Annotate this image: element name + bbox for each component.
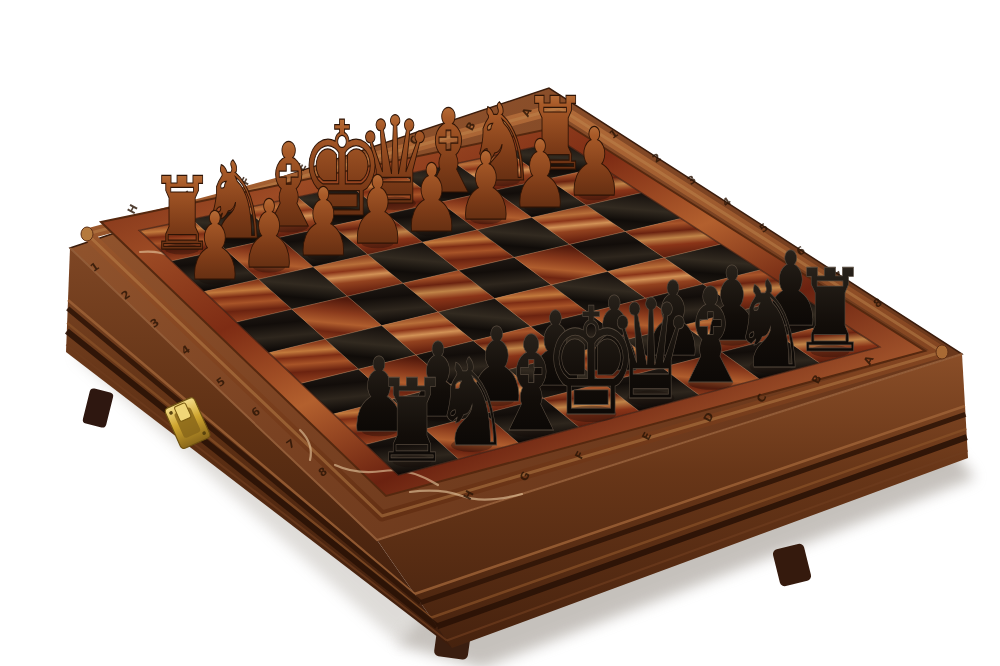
foot-right xyxy=(772,543,812,588)
dowel-end-cap xyxy=(936,345,948,359)
piece-white-pawn-a2: ♟ xyxy=(564,108,625,217)
dowel-end-cap xyxy=(81,227,93,241)
foot-left xyxy=(82,388,114,429)
piece-white-pawn-e2: ♟ xyxy=(347,156,408,265)
piece-white-pawn-g2: ♟ xyxy=(239,180,300,289)
piece-white-pawn-d2: ♟ xyxy=(401,144,462,253)
piece-white-pawn-f2: ♟ xyxy=(293,168,354,277)
piece-white-pawn-b2: ♟ xyxy=(510,120,571,229)
chess-set-photo: HGFEDCBAHGFEDCBA1234567812345678♜♞♝♟♛♟♚♟… xyxy=(0,0,1000,666)
piece-white-pawn-c2: ♟ xyxy=(456,132,517,241)
photo: HGFEDCBAHGFEDCBA1234567812345678♜♞♝♟♛♟♚♟… xyxy=(0,0,1000,666)
piece-white-pawn-h2: ♟ xyxy=(185,192,246,301)
piece-black-rook-h8: ♜ xyxy=(375,354,449,488)
